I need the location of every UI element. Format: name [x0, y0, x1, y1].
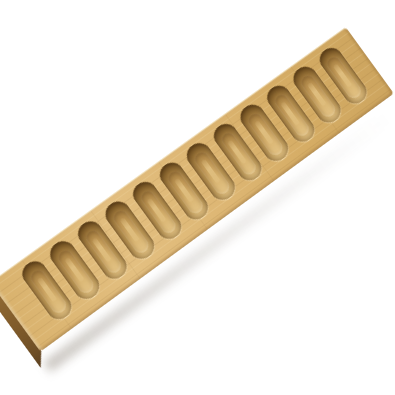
photo-background: [0, 0, 395, 395]
mancala-board: [0, 21, 395, 384]
board-top-face: [0, 27, 394, 352]
pit-grid: [18, 44, 371, 324]
